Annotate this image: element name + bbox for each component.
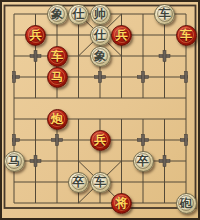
piece-ivory-pawn-1[interactable]: 卒 (133, 151, 154, 172)
piece-red-rook-1[interactable]: 车 (176, 25, 197, 46)
piece-ivory-rook-2[interactable]: 车 (90, 172, 111, 193)
piece-label: 仕 (94, 25, 106, 46)
piece-label: 兵 (30, 25, 42, 46)
piece-label: 象 (51, 4, 63, 25)
piece-ivory-advisor-1[interactable]: 仕 (68, 4, 89, 25)
piece-label: 将 (116, 193, 128, 214)
piece-label: 马 (51, 67, 63, 88)
piece-label: 车 (51, 46, 63, 67)
piece-red-general[interactable]: 将 (111, 193, 132, 214)
piece-ivory-cannon[interactable]: 砲 (176, 193, 197, 214)
xiangqi-app: 象仕帅车仕象马卒卒车砲兵兵车车马炮兵将 (0, 0, 200, 220)
piece-label: 炮 (51, 109, 63, 130)
piece-red-pawn-3[interactable]: 兵 (90, 130, 111, 151)
piece-label: 象 (94, 46, 106, 67)
piece-ivory-advisor-2[interactable]: 仕 (90, 25, 111, 46)
piece-ivory-pawn-2[interactable]: 卒 (68, 172, 89, 193)
piece-red-horse[interactable]: 马 (47, 67, 68, 88)
piece-red-pawn-2[interactable]: 兵 (111, 25, 132, 46)
piece-ivory-horse[interactable]: 马 (4, 151, 25, 172)
piece-label: 砲 (180, 193, 192, 214)
piece-label: 车 (180, 25, 192, 46)
piece-label: 兵 (116, 25, 128, 46)
piece-label: 卒 (137, 151, 149, 172)
piece-label: 车 (94, 172, 106, 193)
piece-red-rook-2[interactable]: 车 (47, 46, 68, 67)
piece-red-cannon[interactable]: 炮 (47, 109, 68, 130)
xiangqi-board[interactable]: 象仕帅车仕象马卒卒车砲兵兵车车马炮兵将 (0, 0, 200, 220)
piece-label: 卒 (73, 172, 85, 193)
piece-red-pawn-1[interactable]: 兵 (25, 25, 46, 46)
piece-label: 马 (8, 151, 20, 172)
piece-label: 帅 (94, 4, 106, 25)
piece-label: 仕 (73, 4, 85, 25)
piece-label: 车 (159, 4, 171, 25)
piece-label: 兵 (94, 130, 106, 151)
piece-ivory-elephant-2[interactable]: 象 (90, 46, 111, 67)
piece-ivory-elephant-1[interactable]: 象 (47, 4, 68, 25)
piece-ivory-rook-1[interactable]: 车 (154, 4, 175, 25)
piece-ivory-general[interactable]: 帅 (90, 4, 111, 25)
